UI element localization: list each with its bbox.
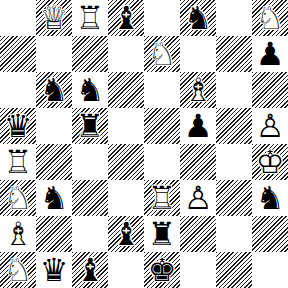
- black-queen-icon: ♛: [36, 252, 72, 288]
- square-a7[interactable]: [0, 36, 36, 72]
- square-f7[interactable]: [180, 36, 216, 72]
- piece-wR-a4[interactable]: ♜♖: [0, 144, 36, 180]
- square-d6[interactable]: [108, 72, 144, 108]
- square-d1[interactable]: [108, 252, 144, 288]
- square-e3[interactable]: ♜♖: [144, 180, 180, 216]
- square-b3[interactable]: ♞♞: [36, 180, 72, 216]
- square-b6[interactable]: ♞♞: [36, 72, 72, 108]
- square-e6[interactable]: [144, 72, 180, 108]
- piece-wN-e7[interactable]: ♞♘: [144, 36, 180, 72]
- piece-wN-h8[interactable]: ♞♘: [252, 0, 288, 36]
- black-bishop-icon: ♝: [108, 0, 144, 36]
- white-rook-icon: ♖: [144, 180, 180, 216]
- black-knight-icon: ♞: [72, 72, 108, 108]
- piece-bK-e1[interactable]: ♚♚: [144, 252, 180, 288]
- white-bishop-icon: ♗: [0, 216, 36, 252]
- piece-bB-c1[interactable]: ♝♝: [72, 252, 108, 288]
- white-king-icon: ♔: [252, 144, 288, 180]
- square-g3[interactable]: [216, 180, 252, 216]
- square-f6[interactable]: ♝♗: [180, 72, 216, 108]
- square-f4[interactable]: [180, 144, 216, 180]
- square-b1[interactable]: ♛♛: [36, 252, 72, 288]
- square-c8[interactable]: ♜♖: [72, 0, 108, 36]
- square-c4[interactable]: [72, 144, 108, 180]
- square-a8[interactable]: [0, 0, 36, 36]
- piece-wN-a1[interactable]: ♞♘: [0, 252, 36, 288]
- square-h8[interactable]: ♞♘: [252, 0, 288, 36]
- square-c6[interactable]: ♞♞: [72, 72, 108, 108]
- black-pawn-icon: ♟: [180, 108, 216, 144]
- piece-wR-e3[interactable]: ♜♖: [144, 180, 180, 216]
- square-e2[interactable]: ♜♜: [144, 216, 180, 252]
- square-h7[interactable]: ♟♟: [252, 36, 288, 72]
- square-c5[interactable]: ♜♜: [72, 108, 108, 144]
- piece-wR-c8[interactable]: ♜♖: [72, 0, 108, 36]
- square-b5[interactable]: [36, 108, 72, 144]
- black-bishop-icon: ♝: [72, 252, 108, 288]
- square-d8[interactable]: ♝♝: [108, 0, 144, 36]
- square-e8[interactable]: [144, 0, 180, 36]
- white-knight-icon: ♘: [252, 0, 288, 36]
- square-e4[interactable]: [144, 144, 180, 180]
- black-queen-icon: ♛: [0, 108, 36, 144]
- black-rook-icon: ♜: [72, 108, 108, 144]
- square-a1[interactable]: ♞♘: [0, 252, 36, 288]
- piece-bR-c5[interactable]: ♜♜: [72, 108, 108, 144]
- white-rook-icon: ♖: [0, 144, 36, 180]
- piece-bB-d2[interactable]: ♝♝: [108, 216, 144, 252]
- square-f2[interactable]: [180, 216, 216, 252]
- black-knight-icon: ♞: [180, 0, 216, 36]
- piece-wK-h4[interactable]: ♚♔: [252, 144, 288, 180]
- black-rook-icon: ♜: [144, 216, 180, 252]
- square-b4[interactable]: [36, 144, 72, 180]
- white-knight-icon: ♘: [144, 36, 180, 72]
- square-b2[interactable]: [36, 216, 72, 252]
- square-h2[interactable]: [252, 216, 288, 252]
- square-g5[interactable]: [216, 108, 252, 144]
- square-f3[interactable]: ♟♙: [180, 180, 216, 216]
- square-g7[interactable]: [216, 36, 252, 72]
- piece-bN-h3[interactable]: ♞♞: [252, 180, 288, 216]
- piece-bN-b3[interactable]: ♞♞: [36, 180, 72, 216]
- square-f1[interactable]: [180, 252, 216, 288]
- square-a4[interactable]: ♜♖: [0, 144, 36, 180]
- square-h1[interactable]: [252, 252, 288, 288]
- piece-wP-f3[interactable]: ♟♙: [180, 180, 216, 216]
- square-f5[interactable]: ♟♟: [180, 108, 216, 144]
- black-king-icon: ♚: [144, 252, 180, 288]
- square-h6[interactable]: [252, 72, 288, 108]
- piece-bN-c6[interactable]: ♞♞: [72, 72, 108, 108]
- white-pawn-icon: ♙: [252, 108, 288, 144]
- black-knight-icon: ♞: [36, 180, 72, 216]
- square-a3[interactable]: ♞♘: [0, 180, 36, 216]
- piece-bQ-a5[interactable]: ♛♛: [0, 108, 36, 144]
- square-c2[interactable]: [72, 216, 108, 252]
- square-c1[interactable]: ♝♝: [72, 252, 108, 288]
- piece-bB-d8[interactable]: ♝♝: [108, 0, 144, 36]
- black-pawn-icon: ♟: [252, 36, 288, 72]
- square-g6[interactable]: [216, 72, 252, 108]
- square-g1[interactable]: [216, 252, 252, 288]
- black-knight-icon: ♞: [36, 72, 72, 108]
- white-rook-icon: ♖: [72, 0, 108, 36]
- piece-bP-f5[interactable]: ♟♟: [180, 108, 216, 144]
- white-knight-icon: ♘: [0, 180, 36, 216]
- square-b8[interactable]: ♛♕: [36, 0, 72, 36]
- piece-bR-e2[interactable]: ♜♜: [144, 216, 180, 252]
- white-bishop-icon: ♗: [180, 72, 216, 108]
- square-d3[interactable]: [108, 180, 144, 216]
- piece-bN-b6[interactable]: ♞♞: [36, 72, 72, 108]
- chess-board: ♛♕♜♖♝♝♞♞♞♘♞♘♟♟♞♞♞♞♝♗♛♛♜♜♟♟♟♙♜♖♚♔♞♘♞♞♜♖♟♙…: [0, 0, 288, 288]
- square-g2[interactable]: [216, 216, 252, 252]
- piece-wB-a2[interactable]: ♝♗: [0, 216, 36, 252]
- square-d4[interactable]: [108, 144, 144, 180]
- square-h5[interactable]: ♟♙: [252, 108, 288, 144]
- square-a2[interactable]: ♝♗: [0, 216, 36, 252]
- white-knight-icon: ♘: [0, 252, 36, 288]
- square-g8[interactable]: [216, 0, 252, 36]
- square-a6[interactable]: [0, 72, 36, 108]
- square-a5[interactable]: ♛♛: [0, 108, 36, 144]
- piece-bN-f8[interactable]: ♞♞: [180, 0, 216, 36]
- chess-diagram: ♛♕♜♖♝♝♞♞♞♘♞♘♟♟♞♞♞♞♝♗♛♛♜♜♟♟♟♙♜♖♚♔♞♘♞♞♜♖♟♙…: [0, 0, 288, 288]
- square-d5[interactable]: [108, 108, 144, 144]
- piece-wN-a3[interactable]: ♞♘: [0, 180, 36, 216]
- piece-wB-f6[interactable]: ♝♗: [180, 72, 216, 108]
- square-h4[interactable]: ♚♔: [252, 144, 288, 180]
- square-g4[interactable]: [216, 144, 252, 180]
- square-b7[interactable]: [36, 36, 72, 72]
- piece-bQ-b1[interactable]: ♛♛: [36, 252, 72, 288]
- piece-bP-h7[interactable]: ♟♟: [252, 36, 288, 72]
- black-knight-icon: ♞: [252, 180, 288, 216]
- white-pawn-icon: ♙: [180, 180, 216, 216]
- square-e1[interactable]: ♚♚: [144, 252, 180, 288]
- square-e5[interactable]: [144, 108, 180, 144]
- square-h3[interactable]: ♞♞: [252, 180, 288, 216]
- piece-wP-h5[interactable]: ♟♙: [252, 108, 288, 144]
- square-d7[interactable]: [108, 36, 144, 72]
- black-bishop-icon: ♝: [108, 216, 144, 252]
- piece-wQ-b8[interactable]: ♛♕: [36, 0, 72, 36]
- white-queen-icon: ♕: [36, 0, 72, 36]
- square-c7[interactable]: [72, 36, 108, 72]
- square-e7[interactable]: ♞♘: [144, 36, 180, 72]
- square-c3[interactable]: [72, 180, 108, 216]
- square-f8[interactable]: ♞♞: [180, 0, 216, 36]
- square-d2[interactable]: ♝♝: [108, 216, 144, 252]
